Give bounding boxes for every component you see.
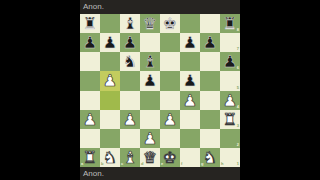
square-h4[interactable]: ♟4: [220, 91, 240, 110]
black-rook-a8[interactable]: ♜: [83, 14, 97, 33]
white-pawn-c3[interactable]: ♟: [123, 109, 137, 128]
square-h5[interactable]: 5: [220, 71, 240, 90]
black-king-e8[interactable]: ♚: [163, 14, 177, 33]
square-b2[interactable]: [100, 129, 120, 148]
black-knight-c6[interactable]: ♞: [123, 52, 137, 71]
square-c4[interactable]: [120, 91, 140, 110]
square-f5[interactable]: ♟: [180, 71, 200, 90]
square-c3[interactable]: ♟: [120, 110, 140, 129]
app-background: Anon. ♜♝♛♚♜8♟♟♟♟♟7♞♝♟6♟♟♟5♟♟4♟♟♟♜3♟2♜a♞b…: [0, 0, 320, 180]
square-b3[interactable]: [100, 110, 120, 129]
player-name-bottom: Anon.: [83, 170, 104, 178]
black-queen-d8[interactable]: ♛: [143, 14, 157, 33]
square-d4[interactable]: [140, 91, 160, 110]
black-pawn-h6[interactable]: ♟: [223, 52, 237, 71]
white-king-e1[interactable]: ♚: [163, 147, 177, 166]
square-f3[interactable]: [180, 110, 200, 129]
square-d1[interactable]: ♛d: [140, 148, 160, 167]
square-f6[interactable]: [180, 52, 200, 71]
white-knight-g1[interactable]: ♞: [203, 147, 217, 166]
square-d5[interactable]: ♟: [140, 71, 160, 90]
square-g2[interactable]: [200, 129, 220, 148]
square-c6[interactable]: ♞: [120, 52, 140, 71]
white-pawn-e3[interactable]: ♟: [163, 109, 177, 128]
square-e7[interactable]: [160, 33, 180, 52]
square-b1[interactable]: ♞b: [100, 148, 120, 167]
black-pawn-f7[interactable]: ♟: [183, 33, 197, 52]
square-d8[interactable]: ♛: [140, 14, 160, 33]
square-f7[interactable]: ♟: [180, 33, 200, 52]
white-pawn-b5[interactable]: ♟: [103, 71, 117, 90]
player-name-top: Anon.: [83, 3, 104, 11]
coord-rank-5: 5: [237, 86, 239, 90]
player-bar-bottom: Anon.: [80, 167, 240, 180]
white-pawn-a3[interactable]: ♟: [83, 109, 97, 128]
square-h2[interactable]: 2: [220, 129, 240, 148]
square-c2[interactable]: [120, 129, 140, 148]
coord-rank-2: 2: [237, 143, 239, 147]
square-g5[interactable]: [200, 71, 220, 90]
square-a5[interactable]: [80, 71, 100, 90]
square-g1[interactable]: ♞g: [200, 148, 220, 167]
square-d7[interactable]: [140, 33, 160, 52]
square-a1[interactable]: ♜a: [80, 148, 100, 167]
square-a2[interactable]: [80, 129, 100, 148]
square-b6[interactable]: [100, 52, 120, 71]
square-a6[interactable]: [80, 52, 100, 71]
square-a8[interactable]: ♜: [80, 14, 100, 33]
coord-rank-7: 7: [237, 47, 239, 51]
square-f8[interactable]: [180, 14, 200, 33]
black-rook-h8[interactable]: ♜: [223, 14, 237, 33]
square-f2[interactable]: [180, 129, 200, 148]
black-pawn-g7[interactable]: ♟: [203, 33, 217, 52]
white-bishop-c1[interactable]: ♝: [123, 147, 137, 166]
chess-board[interactable]: ♜♝♛♚♜8♟♟♟♟♟7♞♝♟6♟♟♟5♟♟4♟♟♟♜3♟2♜a♞b♝c♛d♚e…: [80, 14, 240, 167]
square-b5[interactable]: ♟: [100, 71, 120, 90]
square-h7[interactable]: 7: [220, 33, 240, 52]
white-pawn-d2[interactable]: ♟: [143, 128, 157, 147]
square-g8[interactable]: [200, 14, 220, 33]
square-d2[interactable]: ♟: [140, 129, 160, 148]
square-g7[interactable]: ♟: [200, 33, 220, 52]
square-f1[interactable]: f: [180, 148, 200, 167]
square-c5[interactable]: [120, 71, 140, 90]
white-rook-h3[interactable]: ♜: [223, 109, 237, 128]
square-a4[interactable]: [80, 91, 100, 110]
square-h1[interactable]: 1h: [220, 148, 240, 167]
black-pawn-d5[interactable]: ♟: [143, 71, 157, 90]
square-b7[interactable]: ♟: [100, 33, 120, 52]
square-g3[interactable]: [200, 110, 220, 129]
square-g6[interactable]: [200, 52, 220, 71]
square-c8[interactable]: ♝: [120, 14, 140, 33]
square-a7[interactable]: ♟: [80, 33, 100, 52]
square-h6[interactable]: ♟6: [220, 52, 240, 71]
square-e8[interactable]: ♚: [160, 14, 180, 33]
square-f4[interactable]: ♟: [180, 91, 200, 110]
square-c1[interactable]: ♝c: [120, 148, 140, 167]
white-pawn-h4[interactable]: ♟: [223, 90, 237, 109]
square-h8[interactable]: ♜8: [220, 14, 240, 33]
black-pawn-a7[interactable]: ♟: [83, 33, 97, 52]
black-bishop-d6[interactable]: ♝: [143, 52, 157, 71]
square-e6[interactable]: [160, 52, 180, 71]
square-e4[interactable]: [160, 91, 180, 110]
black-pawn-b7[interactable]: ♟: [103, 33, 117, 52]
square-e5[interactable]: [160, 71, 180, 90]
square-e1[interactable]: ♚e: [160, 148, 180, 167]
square-b8[interactable]: [100, 14, 120, 33]
player-bar-top: Anon.: [80, 0, 240, 14]
square-d6[interactable]: ♝: [140, 52, 160, 71]
black-pawn-f5[interactable]: ♟: [183, 71, 197, 90]
white-pawn-f4[interactable]: ♟: [183, 90, 197, 109]
black-pawn-c7[interactable]: ♟: [123, 33, 137, 52]
square-h3[interactable]: ♜3: [220, 110, 240, 129]
coord-rank-1: 1: [237, 162, 239, 166]
square-a3[interactable]: ♟: [80, 110, 100, 129]
square-g4[interactable]: [200, 91, 220, 110]
square-e2[interactable]: [160, 129, 180, 148]
square-c7[interactable]: ♟: [120, 33, 140, 52]
square-b4[interactable]: [100, 91, 120, 110]
square-d3[interactable]: [140, 110, 160, 129]
game-area: Anon. ♜♝♛♚♜8♟♟♟♟♟7♞♝♟6♟♟♟5♟♟4♟♟♟♜3♟2♜a♞b…: [80, 0, 240, 180]
coord-file-f: f: [181, 162, 182, 166]
coord-file-h: h: [221, 162, 223, 166]
white-queen-d1[interactable]: ♛: [143, 147, 157, 166]
square-e3[interactable]: ♟: [160, 110, 180, 129]
black-bishop-c8[interactable]: ♝: [123, 14, 137, 33]
white-knight-b1[interactable]: ♞: [103, 147, 117, 166]
white-rook-a1[interactable]: ♜: [83, 147, 97, 166]
